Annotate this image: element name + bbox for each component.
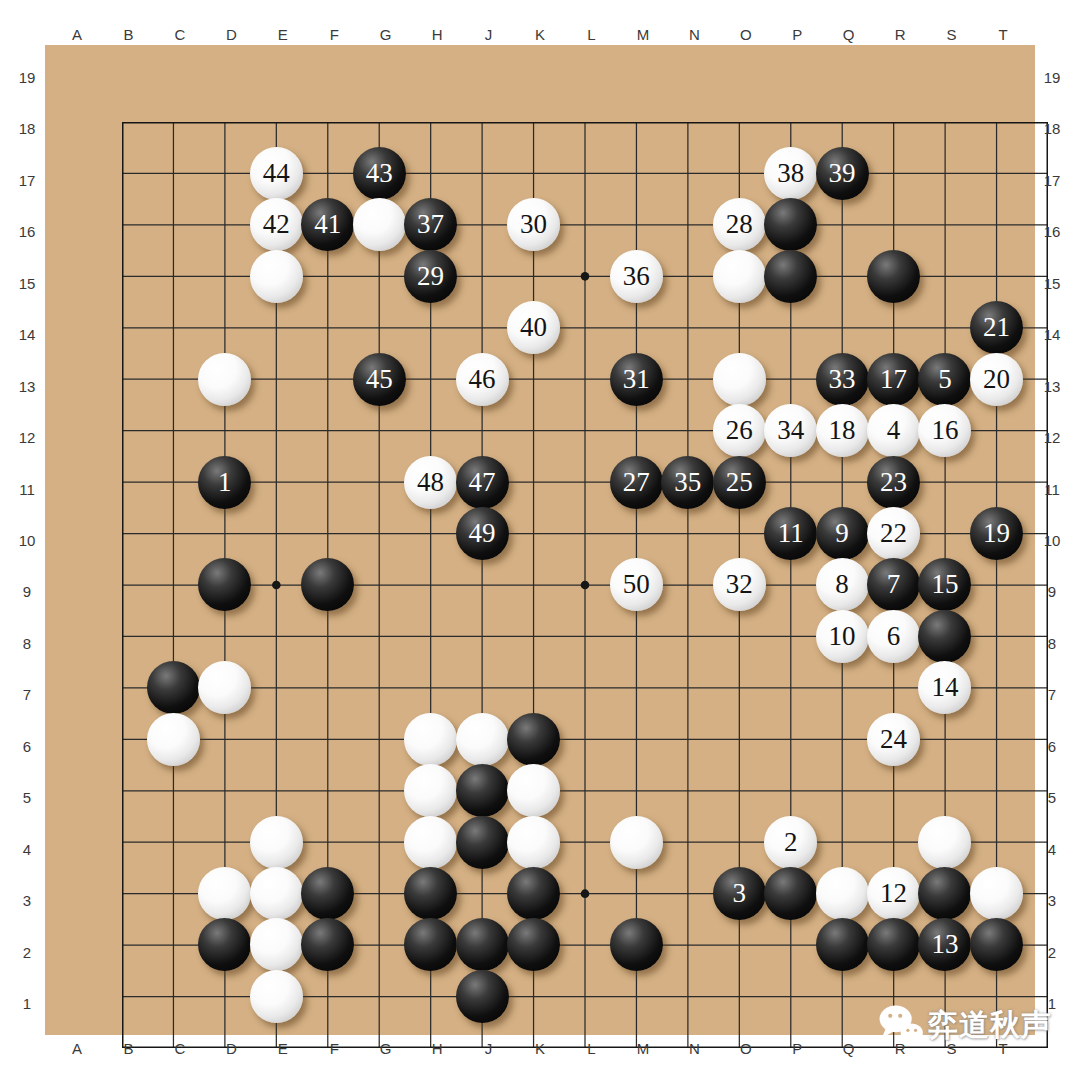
stone-black-S15: 21	[970, 301, 1023, 354]
stone-black-Q16	[867, 250, 920, 303]
stone-black-R4	[918, 867, 971, 920]
stone-black-R3: 13	[918, 918, 971, 971]
stone-white-J5	[507, 816, 560, 869]
stone-black-Q14: 17	[867, 353, 920, 406]
stone-black-J7	[507, 713, 560, 766]
coord-label-bottom-P: P	[792, 1040, 802, 1057]
coord-label-bottom-H: H	[432, 1040, 443, 1057]
coord-label-top-T: T	[998, 26, 1007, 43]
coord-label-bottom-J: J	[485, 1040, 493, 1057]
stone-black-G4	[404, 867, 457, 920]
stone-black-Q3	[867, 918, 920, 971]
stone-white-N10: 32	[713, 558, 766, 611]
coord-label-left-16: 16	[19, 223, 36, 240]
stone-black-L3	[610, 918, 663, 971]
coord-label-right-9: 9	[1048, 583, 1056, 600]
coord-label-right-8: 8	[1048, 634, 1056, 651]
stone-white-P10: 8	[816, 558, 869, 611]
stone-black-R14: 5	[918, 353, 971, 406]
coord-label-left-2: 2	[23, 943, 31, 960]
coord-label-right-17: 17	[1044, 171, 1061, 188]
stone-white-D16	[250, 250, 303, 303]
coord-label-left-19: 19	[19, 69, 36, 86]
stone-white-D2	[250, 970, 303, 1023]
stone-white-J17: 30	[507, 198, 560, 251]
coord-label-right-16: 16	[1044, 223, 1061, 240]
coord-label-right-10: 10	[1044, 532, 1061, 549]
stone-white-G7	[404, 713, 457, 766]
stone-white-D3	[250, 918, 303, 971]
stone-white-C4	[198, 867, 251, 920]
stone-white-N14	[713, 353, 766, 406]
coord-label-right-12: 12	[1044, 429, 1061, 446]
coord-label-right-7: 7	[1048, 686, 1056, 703]
coord-label-bottom-N: N	[689, 1040, 700, 1057]
stone-black-C10	[198, 558, 251, 611]
stone-black-O11: 11	[764, 507, 817, 560]
coord-label-bottom-D: D	[226, 1040, 237, 1057]
stone-black-H3	[456, 918, 509, 971]
stone-white-P13: 18	[816, 404, 869, 457]
coord-label-top-F: F	[330, 26, 339, 43]
wechat-icon	[878, 1004, 924, 1046]
coord-label-bottom-Q: Q	[843, 1040, 855, 1057]
stone-white-P4	[816, 867, 869, 920]
coord-label-right-2: 2	[1048, 943, 1056, 960]
coord-label-right-14: 14	[1044, 326, 1061, 343]
coord-label-right-6: 6	[1048, 737, 1056, 754]
stone-white-D4	[250, 867, 303, 920]
stone-black-H12: 47	[456, 456, 509, 509]
stone-black-S11: 19	[970, 507, 1023, 560]
coord-label-left-1: 1	[23, 995, 31, 1012]
coord-label-bottom-F: F	[330, 1040, 339, 1057]
stone-black-N4: 3	[713, 867, 766, 920]
coord-label-bottom-C: C	[174, 1040, 185, 1057]
coord-label-right-15: 15	[1044, 274, 1061, 291]
stone-white-J15: 40	[507, 301, 560, 354]
stone-white-N17: 28	[713, 198, 766, 251]
stones-layer: 4443383942413730282936402145463133175202…	[96, 96, 1073, 1073]
coord-label-top-D: D	[226, 26, 237, 43]
stone-black-P18: 39	[816, 147, 869, 200]
stone-black-H6	[456, 764, 509, 817]
stone-white-G12: 48	[404, 456, 457, 509]
coord-label-bottom-L: L	[587, 1040, 595, 1057]
stone-black-Q12: 23	[867, 456, 920, 509]
coord-label-bottom-E: E	[278, 1040, 288, 1057]
stone-white-G6	[404, 764, 457, 817]
go-diagram-page: 4443383942413730282936402145463133175202…	[0, 0, 1080, 1080]
coord-label-left-14: 14	[19, 326, 36, 343]
go-board: 4443383942413730282936402145463133175202…	[45, 45, 1035, 1035]
coord-label-right-3: 3	[1048, 892, 1056, 909]
stone-white-O13: 34	[764, 404, 817, 457]
stone-black-O4	[764, 867, 817, 920]
stone-black-H11: 49	[456, 507, 509, 560]
coord-label-left-3: 3	[23, 892, 31, 909]
coord-label-top-A: A	[72, 26, 82, 43]
stone-black-R9	[918, 610, 971, 663]
coord-label-right-5: 5	[1048, 789, 1056, 806]
stone-white-C14	[198, 353, 251, 406]
stone-black-L12: 27	[610, 456, 663, 509]
coord-label-top-B: B	[123, 26, 133, 43]
coord-label-top-P: P	[792, 26, 802, 43]
coord-label-top-H: H	[432, 26, 443, 43]
stone-black-P3	[816, 918, 869, 971]
coord-label-top-Q: Q	[843, 26, 855, 43]
stone-white-J6	[507, 764, 560, 817]
stone-black-G16: 29	[404, 250, 457, 303]
stone-black-L14: 31	[610, 353, 663, 406]
stone-white-Q11: 22	[867, 507, 920, 560]
stone-black-J4	[507, 867, 560, 920]
stone-white-Q4: 12	[867, 867, 920, 920]
stone-black-E4	[301, 867, 354, 920]
coord-label-top-K: K	[535, 26, 545, 43]
stone-white-L16: 36	[610, 250, 663, 303]
stone-white-P9: 10	[816, 610, 869, 663]
coord-label-left-4: 4	[23, 840, 31, 857]
watermark-text: 弈道秋声	[928, 1005, 1052, 1046]
coord-label-right-13: 13	[1044, 377, 1061, 394]
stone-black-F18: 43	[353, 147, 406, 200]
stone-white-G5	[404, 816, 457, 869]
coord-label-right-4: 4	[1048, 840, 1056, 857]
stone-black-P14: 33	[816, 353, 869, 406]
coord-label-bottom-O: O	[740, 1040, 752, 1057]
coord-label-left-10: 10	[19, 532, 36, 549]
stone-black-G3	[404, 918, 457, 971]
stone-white-L5	[610, 816, 663, 869]
stone-black-G17: 37	[404, 198, 457, 251]
coord-label-top-O: O	[740, 26, 752, 43]
watermark: 弈道秋声	[878, 1004, 1052, 1046]
coord-label-bottom-A: A	[72, 1040, 82, 1057]
stone-black-E3	[301, 918, 354, 971]
coord-label-top-R: R	[895, 26, 906, 43]
coord-label-left-11: 11	[19, 480, 35, 497]
stone-white-Q7: 24	[867, 713, 920, 766]
stone-white-R5	[918, 816, 971, 869]
coord-label-left-12: 12	[19, 429, 36, 446]
stone-black-E10	[301, 558, 354, 611]
stone-white-N16	[713, 250, 766, 303]
coord-label-right-18: 18	[1044, 120, 1061, 137]
stone-black-B8	[147, 661, 200, 714]
coord-label-top-M: M	[637, 26, 650, 43]
stone-white-L10: 50	[610, 558, 663, 611]
coord-label-left-5: 5	[23, 789, 31, 806]
stone-black-C12: 1	[198, 456, 251, 509]
coord-label-left-9: 9	[23, 583, 31, 600]
stone-black-C3	[198, 918, 251, 971]
coord-label-right-19: 19	[1044, 69, 1061, 86]
coord-label-top-N: N	[689, 26, 700, 43]
stone-black-J3	[507, 918, 560, 971]
coord-label-left-18: 18	[19, 120, 36, 137]
stone-white-F17	[353, 198, 406, 251]
stone-black-P11: 9	[816, 507, 869, 560]
coord-label-left-15: 15	[19, 274, 36, 291]
stone-white-D17: 42	[250, 198, 303, 251]
coord-label-right-11: 11	[1044, 480, 1060, 497]
stone-white-O5: 2	[764, 816, 817, 869]
stone-white-H7	[456, 713, 509, 766]
stone-black-N12: 25	[713, 456, 766, 509]
stone-black-O16	[764, 250, 817, 303]
coord-label-left-6: 6	[23, 737, 31, 754]
stone-white-D5	[250, 816, 303, 869]
coord-label-bottom-K: K	[535, 1040, 545, 1057]
coord-label-bottom-B: B	[123, 1040, 133, 1057]
stone-white-B7	[147, 713, 200, 766]
coord-label-left-8: 8	[23, 634, 31, 651]
stone-white-Q9: 6	[867, 610, 920, 663]
stone-white-R8: 14	[918, 661, 971, 714]
coord-label-bottom-M: M	[637, 1040, 650, 1057]
stone-white-O18: 38	[764, 147, 817, 200]
stone-white-R13: 16	[918, 404, 971, 457]
coord-label-top-C: C	[174, 26, 185, 43]
coord-label-left-7: 7	[23, 686, 31, 703]
coord-label-left-17: 17	[19, 171, 36, 188]
coord-label-bottom-G: G	[380, 1040, 392, 1057]
coord-label-left-13: 13	[19, 377, 36, 394]
stone-black-H2	[456, 970, 509, 1023]
stone-black-H5	[456, 816, 509, 869]
stone-black-S3	[970, 918, 1023, 971]
stone-white-N13: 26	[713, 404, 766, 457]
stone-black-O17	[764, 198, 817, 251]
coord-label-top-G: G	[380, 26, 392, 43]
stone-black-M12: 35	[661, 456, 714, 509]
stone-white-D18: 44	[250, 147, 303, 200]
stone-white-S14: 20	[970, 353, 1023, 406]
stone-white-S4	[970, 867, 1023, 920]
stone-black-Q10: 7	[867, 558, 920, 611]
stone-black-R10: 15	[918, 558, 971, 611]
stone-white-H14: 46	[456, 353, 509, 406]
coord-label-top-S: S	[947, 26, 957, 43]
stone-white-Q13: 4	[867, 404, 920, 457]
stone-black-F14: 45	[353, 353, 406, 406]
coord-label-top-J: J	[485, 26, 493, 43]
coord-label-top-L: L	[587, 26, 595, 43]
stone-white-C8	[198, 661, 251, 714]
coord-label-top-E: E	[278, 26, 288, 43]
stone-black-E17: 41	[301, 198, 354, 251]
